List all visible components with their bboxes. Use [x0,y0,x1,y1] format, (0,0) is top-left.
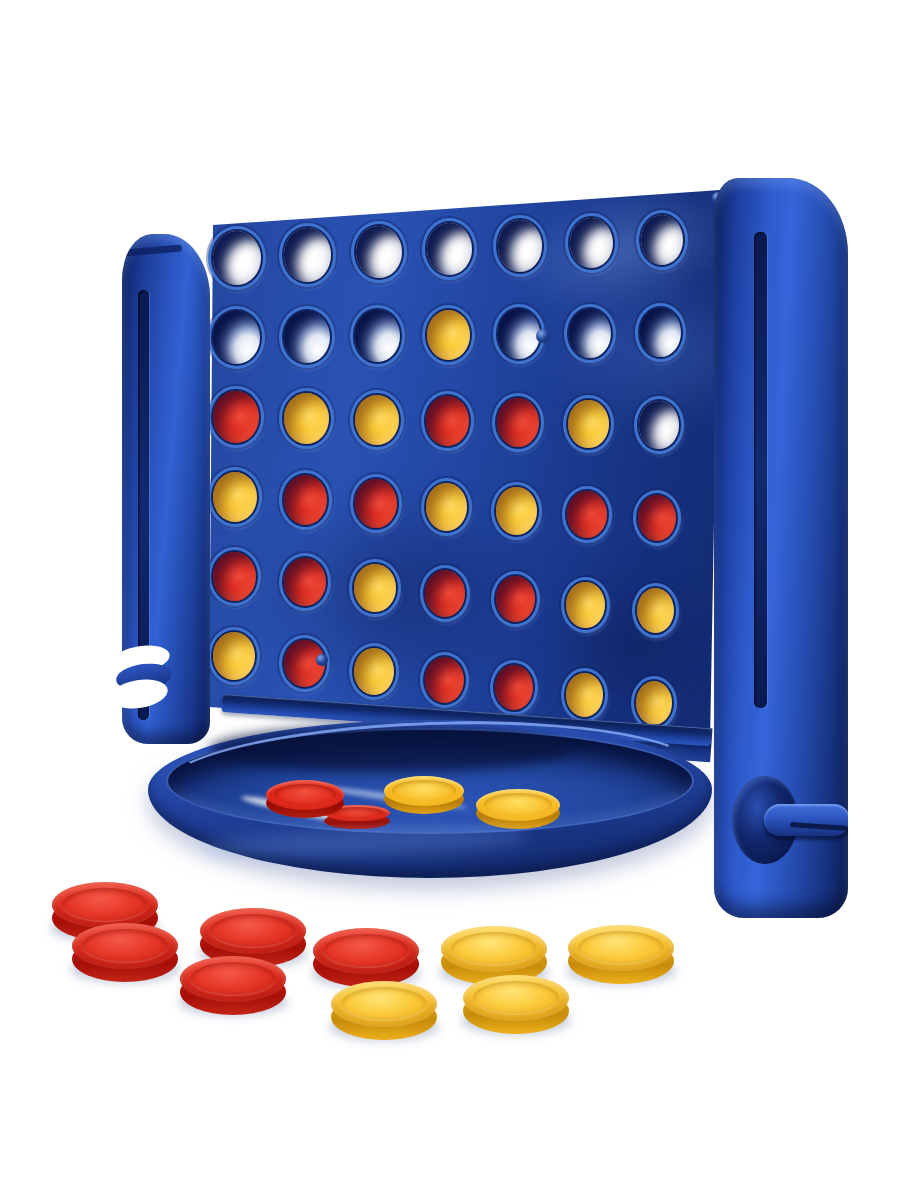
loose-red-disc [180,956,286,1018]
left-pillar-cap-seam [124,244,182,256]
panel-shadow [245,483,545,703]
disc-ring-groove [473,981,560,1015]
scene [0,0,900,1200]
pin-rivet-icon [536,329,550,343]
disc-top [52,882,158,928]
disc-top [266,780,344,810]
disc-ring-groove [62,888,149,922]
disc-ring-groove [578,931,665,965]
disc-dispenser-tab [764,804,848,836]
loose-yellow-disc [463,975,569,1037]
disc-top [384,776,464,806]
loose-yellow-disc [568,925,674,987]
disc-top [313,928,419,974]
disc-top [568,925,674,971]
panel-shadow [535,563,725,723]
disc-ring-groove [451,932,538,966]
disc-ring-groove [190,962,277,996]
disc-ring-groove [323,934,410,968]
disc-top [476,789,560,821]
disc-ring-groove [210,914,297,948]
loose-yellow-disc [331,981,437,1043]
disc-ring-groove [484,793,551,815]
base-tray [148,720,712,878]
disc-top [180,956,286,1002]
pin-rivet-icon [316,654,328,666]
loose-red-disc [72,923,178,985]
disc-top [72,923,178,969]
disc-top [463,975,569,1021]
disc-ring-groove [82,929,169,963]
disc-top [200,908,306,954]
board-panel [205,183,727,753]
right-pillar-slot [754,232,767,708]
right-pillar [714,178,848,918]
disc-top [441,926,547,972]
disc-ring-groove [274,784,336,805]
yellow-disc-in-tray [384,776,464,814]
disc-top [331,981,437,1027]
disc-ring-groove [392,780,456,801]
disc-ring-groove [341,987,428,1021]
red-disc-in-tray [266,780,344,818]
yellow-disc-in-tray [476,789,560,829]
